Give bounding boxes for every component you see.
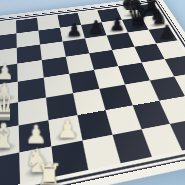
square-c8[interactable] [37, 15, 60, 30]
square-f8[interactable] [97, 8, 122, 22]
piece-black-pawn-e7[interactable]: ♟ [88, 18, 104, 36]
piece-white-bishop-a2[interactable]: ♝ [0, 119, 19, 154]
square-a8[interactable] [0, 20, 16, 36]
piece-black-pawn-f7[interactable]: ♟ [109, 15, 125, 32]
square-d5[interactable] [66, 53, 94, 74]
square-f4[interactable] [118, 63, 150, 85]
piece-shadow [122, 12, 140, 18]
piece-black-knight-h7[interactable]: ♞ [149, 7, 167, 28]
square-b6[interactable] [17, 45, 42, 64]
square-f5[interactable] [112, 47, 142, 67]
piece-shadow [107, 27, 126, 34]
board-grid: ♚♜♟♟♟♛♞♟♟♟♛♝♟♟♞ [0, 4, 185, 185]
square-d7[interactable]: ♟ [60, 25, 85, 41]
square-h7[interactable]: ♞ [142, 15, 169, 30]
square-b8[interactable] [16, 18, 38, 33]
square-d8[interactable] [58, 13, 82, 28]
piece-black-pawn-d7[interactable]: ♟ [66, 21, 82, 39]
piece-shadow [155, 35, 175, 42]
piece-black-king-g8[interactable]: ♚ [120, 0, 142, 17]
square-e5[interactable] [89, 50, 118, 70]
piece-black-pawn-h6[interactable]: ♟ [158, 23, 174, 41]
piece-white-pawn-c2[interactable]: ♟ [56, 116, 78, 141]
piece-black-rook-h8[interactable]: ♜ [143, 0, 159, 15]
photo-background: ♚♜♟♟♟♛♞♟♟♟♛♝♟♟♞ ♜ [0, 0, 185, 185]
square-h6[interactable]: ♟ [149, 27, 178, 44]
chessboard-scene: ♚♜♟♟♟♛♞♟♟♟♛♝♟♟♞ ♜ [0, 0, 185, 185]
square-d2[interactable] [77, 110, 112, 140]
square-f7[interactable]: ♟ [102, 20, 128, 36]
square-g4[interactable] [142, 59, 175, 80]
square-a1[interactable] [0, 152, 20, 185]
piece-shadow [127, 24, 146, 31]
captured-piece-area: ♜ [30, 170, 67, 185]
square-e1[interactable] [113, 129, 152, 163]
square-b7[interactable] [16, 31, 40, 48]
square-g5[interactable] [134, 44, 164, 63]
square-g6[interactable] [128, 30, 156, 47]
chessboard: ♚♜♟♟♟♛♞♟♟♟♛♝♟♟♞ ♜ [0, 0, 185, 185]
square-h5[interactable] [156, 41, 185, 60]
square-a7[interactable] [0, 33, 17, 51]
piece-black-queen-g7[interactable]: ♛ [126, 4, 149, 30]
square-d6[interactable] [63, 38, 89, 56]
piece-shadow [85, 30, 104, 37]
square-g7[interactable]: ♛ [122, 17, 149, 32]
square-e8[interactable] [78, 10, 102, 25]
square-e6[interactable] [85, 35, 112, 53]
piece-shadow [64, 33, 83, 40]
piece-shadow [141, 10, 159, 16]
piece-white-rook-offboard[interactable]: ♜ [35, 161, 63, 185]
square-c6[interactable] [40, 41, 66, 60]
square-e7[interactable]: ♟ [81, 22, 107, 38]
square-g8[interactable]: ♚ [117, 6, 142, 20]
square-c7[interactable] [38, 28, 62, 45]
square-h8[interactable]: ♜ [136, 4, 162, 18]
square-f6[interactable] [107, 33, 135, 50]
piece-shadow [148, 22, 167, 29]
